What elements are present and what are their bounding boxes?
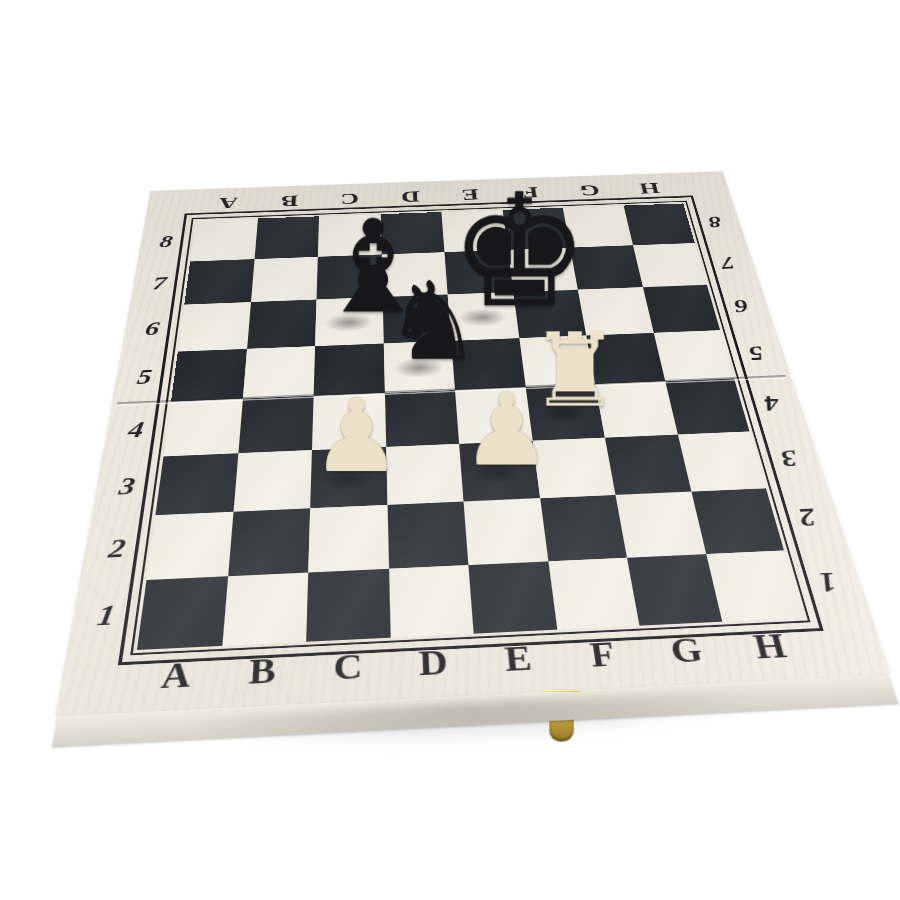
- file-label: F: [556, 624, 649, 687]
- file-label: D: [390, 632, 478, 696]
- rank-label: 4: [738, 376, 806, 431]
- rank-label: 1: [69, 580, 142, 653]
- board-square[interactable]: [615, 491, 705, 557]
- board-square[interactable]: [178, 302, 251, 351]
- file-label: G: [639, 620, 735, 683]
- chess-board: ♝♚♞♜♟♟ ABCDEFGH ABCDEFGH 12345678 123456…: [55, 171, 890, 716]
- board-square[interactable]: [306, 568, 390, 641]
- file-label: B: [258, 186, 320, 216]
- board-square[interactable]: [642, 285, 720, 333]
- black-bishop[interactable]: ♝: [316, 214, 383, 323]
- rank-label: 6: [123, 305, 180, 354]
- board-photo-scene: ♝♚♞♜♟♟ ABCDEFGH ABCDEFGH 12345678 123456…: [0, 0, 900, 900]
- board-square[interactable]: [468, 561, 556, 634]
- board-square[interactable]: [222, 572, 309, 646]
- black-knight[interactable]: ♞: [384, 276, 453, 368]
- board-square[interactable]: [706, 550, 804, 622]
- board-square[interactable]: [605, 434, 691, 495]
- rank-label: 3: [753, 429, 825, 488]
- board-square[interactable]: [184, 259, 254, 305]
- board-square[interactable]: ♝: [315, 297, 383, 346]
- board-square[interactable]: [238, 396, 314, 453]
- board-square[interactable]: [548, 557, 640, 629]
- board-square[interactable]: [691, 488, 784, 554]
- white-pawn[interactable]: ♟: [311, 393, 386, 479]
- board-square[interactable]: [308, 505, 388, 572]
- board-square[interactable]: [677, 431, 766, 491]
- rank-label: 2: [82, 515, 151, 582]
- rank-label: 8: [139, 221, 192, 263]
- file-label: C: [304, 636, 391, 700]
- rank-label: 7: [131, 261, 186, 306]
- board-square[interactable]: [387, 502, 468, 569]
- rank-label: 2: [770, 485, 846, 549]
- board-square[interactable]: [147, 512, 233, 580]
- board-square[interactable]: [228, 508, 311, 575]
- board-square[interactable]: [155, 453, 238, 515]
- board-square[interactable]: ♟: [459, 440, 540, 501]
- rank-label: 4: [104, 402, 167, 459]
- file-label: A: [196, 188, 260, 218]
- board-square[interactable]: [171, 349, 247, 402]
- rank-label: 3: [94, 456, 160, 518]
- board-grid: ♝♚♞♜♟♟: [137, 203, 804, 649]
- board-square[interactable]: ♟: [310, 447, 387, 509]
- board-square[interactable]: [190, 219, 257, 262]
- rank-label: 7: [698, 241, 758, 285]
- file-label: H: [616, 174, 682, 203]
- board-square[interactable]: [137, 576, 228, 650]
- rank-label: 5: [724, 328, 789, 379]
- white-pawn[interactable]: ♟: [461, 387, 536, 473]
- file-label: H: [721, 616, 820, 678]
- board-square[interactable]: [247, 300, 317, 349]
- file-label: B: [217, 640, 306, 704]
- rank-label: 8: [687, 202, 744, 243]
- board-square[interactable]: [665, 379, 750, 435]
- board-square[interactable]: [464, 498, 548, 565]
- board-square[interactable]: [233, 450, 312, 512]
- board-square[interactable]: [632, 243, 706, 287]
- file-label: A: [129, 644, 222, 709]
- rank-label: 5: [114, 351, 174, 404]
- board-side-edge: [52, 675, 897, 747]
- board-square[interactable]: [540, 495, 627, 561]
- file-label: E: [473, 628, 564, 691]
- board-square[interactable]: [251, 256, 318, 302]
- board-square[interactable]: [623, 203, 695, 245]
- board-square[interactable]: [242, 346, 315, 399]
- rank-label: 6: [711, 283, 773, 330]
- board-square[interactable]: [163, 399, 242, 456]
- board-square[interactable]: [389, 565, 474, 638]
- board-square[interactable]: [653, 330, 734, 381]
- board-square[interactable]: [254, 216, 319, 258]
